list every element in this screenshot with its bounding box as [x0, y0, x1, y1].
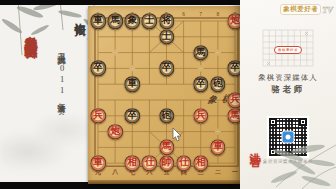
- piece-red-相[interactable]: 相: [125, 155, 141, 171]
- piece-red-帥[interactable]: 帥: [159, 155, 175, 171]
- piece-black-砲[interactable]: 砲: [159, 108, 175, 124]
- channel-description: 象棋资深媒体人: [240, 73, 336, 83]
- piece-red-仕[interactable]: 仕: [176, 155, 192, 171]
- piece-black-卒[interactable]: 卒: [159, 61, 175, 77]
- col-number: 7: [199, 11, 202, 17]
- piece-black-卒[interactable]: 卒: [90, 61, 106, 77]
- row-number: 二: [215, 168, 221, 177]
- host-name: 骆老师: [240, 84, 336, 96]
- col-number: 8: [216, 11, 219, 17]
- piece-black-卒[interactable]: 卒: [125, 108, 141, 124]
- piece-black-馬[interactable]: 馬: [193, 45, 209, 61]
- piece-red-仕[interactable]: 仕: [142, 155, 158, 171]
- piece-black-士[interactable]: 士: [142, 13, 158, 29]
- mouse-cursor: [172, 128, 182, 142]
- piece-black-士[interactable]: 士: [159, 29, 175, 45]
- piece-red-炮[interactable]: 炮: [107, 124, 123, 140]
- piece-black-象[interactable]: 象: [125, 13, 141, 29]
- episode-subtitle: 刀尖上跳舞（2011年邀请赛）: [56, 46, 68, 101]
- piece-red-相[interactable]: 相: [193, 155, 209, 171]
- row-number: 八: [112, 168, 118, 177]
- piece-black-将[interactable]: 将: [159, 13, 175, 29]
- piece-black-車[interactable]: 車: [125, 76, 141, 92]
- piece-black-車[interactable]: 車: [90, 13, 106, 29]
- xiangqi-board[interactable]: 123456789 九八七六五四三二一 象棋爱好者 車馬象士将炮士馬卒卒卒車卒砲…: [88, 6, 242, 184]
- piece-black-卒[interactable]: 卒: [193, 76, 209, 92]
- bamboo-leaves-decoration: [258, 137, 336, 189]
- series-title-calligraphy: 鬼魅残功许银川实战专辑: [22, 26, 39, 37]
- mountain-ink-decoration: [0, 92, 92, 177]
- col-number: 6: [182, 11, 185, 17]
- channel-logo-text: 象棋爱好者: [280, 4, 321, 15]
- channel-info-panel: 象棋爱好者 TV 象棋爱好者 象棋资深媒体人 骆老师 象棋资深媒体人骆老师 洪智: [240, 0, 336, 189]
- channel-logo-tv: TV: [322, 5, 333, 15]
- piece-red-兵[interactable]: 兵: [193, 108, 209, 124]
- piece-red-車[interactable]: 車: [210, 140, 226, 156]
- piece-red-車[interactable]: 車: [90, 155, 106, 171]
- piece-black-馬[interactable]: 馬: [107, 13, 123, 29]
- player-name: 许银川: [72, 14, 87, 17]
- board-grid-logo: 象棋爱好者: [259, 27, 317, 73]
- row-number: 一: [232, 168, 238, 177]
- channel-logo: 象棋爱好者 TV: [280, 4, 333, 15]
- piece-black-砲[interactable]: 砲: [210, 76, 226, 92]
- logo-stamp-text: 象棋爱好者: [274, 46, 302, 54]
- piece-red-兵[interactable]: 兵: [90, 108, 106, 124]
